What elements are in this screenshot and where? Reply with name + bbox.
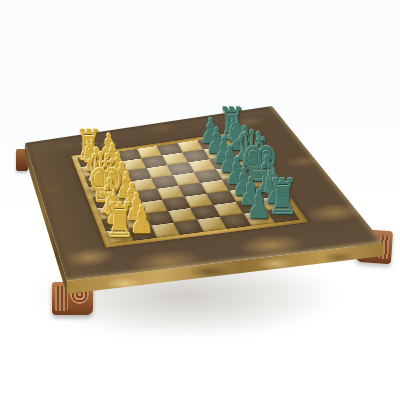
pieces-layer: ♜♞♝♛♚♝♞♜♟♟♟♟♟♟♟♟♟♟♟♟♟♟♟♟♜♞♝♛♚♝♞♜ [0, 0, 400, 400]
chess-set-photo: ♜♞♝♛♚♝♞♜♟♟♟♟♟♟♟♟♟♟♟♟♟♟♟♟♜♞♝♛♚♝♞♜ [0, 0, 400, 400]
piece-black-pawn[interactable]: ♟ [246, 185, 272, 225]
piece-white-rook[interactable]: ♜ [104, 196, 135, 244]
